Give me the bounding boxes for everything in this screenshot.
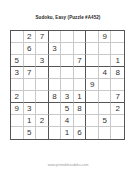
cell-r2c9	[111, 43, 124, 55]
cell-r8c3: 2	[36, 115, 49, 127]
cell-r4c4	[49, 67, 62, 79]
cell-r2c7	[86, 43, 99, 55]
cell-r9c5: 1	[61, 127, 74, 139]
cell-r5c1	[11, 79, 24, 91]
cell-r4c9: 8	[111, 67, 124, 79]
cell-r8c2: 1	[24, 115, 37, 127]
cell-r9c7	[86, 127, 99, 139]
cell-r4c3	[36, 67, 49, 79]
cell-r4c5	[61, 67, 74, 79]
cell-r3c7	[86, 55, 99, 67]
cell-r2c4: 3	[49, 43, 62, 55]
cell-r7c9: 2	[111, 103, 124, 115]
cell-r3c8	[99, 55, 112, 67]
cell-r6c2	[24, 91, 37, 103]
cell-r7c5: 5	[61, 103, 74, 115]
cell-r3c5	[61, 55, 74, 67]
cell-r1c1	[11, 31, 24, 43]
cell-r4c7	[86, 67, 99, 79]
cell-r3c9: 1	[111, 55, 124, 67]
cell-r2c5	[61, 43, 74, 55]
cell-r6c8	[99, 91, 112, 103]
sudoku-board: 2796353713748928317935821245516	[10, 30, 125, 140]
sudoku-sheet: Sudoku, Easy (Puzzle #A452) 279635371374…	[0, 0, 136, 176]
cell-r1c6	[74, 31, 87, 43]
cell-r5c7: 9	[86, 79, 99, 91]
cell-r5c8	[99, 79, 112, 91]
footer-url: www.printablesudoku.com	[0, 163, 136, 167]
cell-r2c6	[74, 43, 87, 55]
cell-r3c4	[49, 55, 62, 67]
cell-r7c2: 3	[24, 103, 37, 115]
cell-r9c2: 5	[24, 127, 37, 139]
cell-r9c8	[99, 127, 112, 139]
cell-r6c9: 7	[111, 91, 124, 103]
cell-r6c3	[36, 91, 49, 103]
cell-r5c2	[24, 79, 37, 91]
cell-r7c6: 8	[74, 103, 87, 115]
cell-r4c1: 3	[11, 67, 24, 79]
page-title: Sudoku, Easy (Puzzle #A452)	[0, 15, 136, 20]
cell-r1c9	[111, 31, 124, 43]
cell-r3c2	[24, 55, 37, 67]
cell-r7c1: 9	[11, 103, 24, 115]
cell-r7c8	[99, 103, 112, 115]
cell-r1c2: 2	[24, 31, 37, 43]
cell-r8c9	[111, 115, 124, 127]
cell-r6c4: 8	[49, 91, 62, 103]
cell-r2c3	[36, 43, 49, 55]
cell-r9c1	[11, 127, 24, 139]
cell-r4c6	[74, 67, 87, 79]
cell-r3c6: 7	[74, 55, 87, 67]
cell-r1c8: 9	[99, 31, 112, 43]
cell-r1c7	[86, 31, 99, 43]
cell-r9c6: 6	[74, 127, 87, 139]
cell-r8c4	[49, 115, 62, 127]
cell-r7c7	[86, 103, 99, 115]
cell-r6c1: 2	[11, 91, 24, 103]
cell-r8c8: 5	[99, 115, 112, 127]
cell-r8c1	[11, 115, 24, 127]
cell-r1c3: 7	[36, 31, 49, 43]
cell-r5c5	[61, 79, 74, 91]
cell-r6c7	[86, 91, 99, 103]
cell-r5c6	[74, 79, 87, 91]
cell-r9c9	[111, 127, 124, 139]
cell-r7c3	[36, 103, 49, 115]
cell-r8c6	[74, 115, 87, 127]
cell-r5c9	[111, 79, 124, 91]
cell-r1c5	[61, 31, 74, 43]
cell-r3c1: 5	[11, 55, 24, 67]
cell-r8c7	[86, 115, 99, 127]
cell-r8c5: 4	[61, 115, 74, 127]
cell-r1c4	[49, 31, 62, 43]
cell-r3c3: 3	[36, 55, 49, 67]
cell-r7c4	[49, 103, 62, 115]
cell-r4c8: 4	[99, 67, 112, 79]
cell-r6c6: 1	[74, 91, 87, 103]
cell-r6c5: 3	[61, 91, 74, 103]
cell-r4c2: 7	[24, 67, 37, 79]
cell-r9c3	[36, 127, 49, 139]
cell-r9c4	[49, 127, 62, 139]
cell-r2c2: 6	[24, 43, 37, 55]
cell-r5c3	[36, 79, 49, 91]
cell-r5c4	[49, 79, 62, 91]
cell-r2c8	[99, 43, 112, 55]
cell-r2c1	[11, 43, 24, 55]
